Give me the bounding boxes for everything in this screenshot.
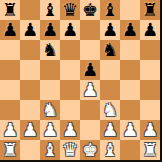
square-e4[interactable]: ♟	[80, 80, 100, 100]
square-a6[interactable]	[0, 40, 20, 60]
square-b4[interactable]	[20, 80, 40, 100]
square-c4[interactable]	[40, 80, 60, 100]
piece-white-bishop-icon: ♝	[42, 140, 58, 160]
square-e2[interactable]	[80, 120, 100, 140]
piece-black-queen-icon: ♛	[62, 0, 78, 20]
square-a4[interactable]	[0, 80, 20, 100]
piece-black-rook-icon: ♜	[2, 0, 18, 20]
square-c5[interactable]	[40, 60, 60, 80]
square-g8[interactable]	[120, 0, 140, 20]
square-e7[interactable]	[80, 20, 100, 40]
piece-black-knight-icon: ♞	[42, 40, 58, 60]
piece-black-knight-icon: ♞	[102, 40, 118, 60]
square-b6[interactable]	[20, 40, 40, 60]
square-e5[interactable]: ♟	[80, 60, 100, 80]
square-d4[interactable]	[60, 80, 80, 100]
piece-white-pawn-icon: ♟	[22, 120, 38, 140]
square-g1[interactable]	[120, 140, 140, 160]
square-a8[interactable]: ♜	[0, 0, 20, 20]
piece-white-pawn-icon: ♟	[102, 120, 118, 140]
board-frame: ♜♝♛♚♝♜♟♟♟♟♟♟♟♞♞♟♟♞♞♟♟♟♟♟♟♟♜♝♛♚♝♜	[0, 0, 162, 162]
square-f7[interactable]: ♟	[100, 20, 120, 40]
square-e6[interactable]	[80, 40, 100, 60]
square-b8[interactable]	[20, 0, 40, 20]
square-h5[interactable]	[140, 60, 160, 80]
piece-black-pawn-icon: ♟	[122, 20, 138, 40]
square-a5[interactable]	[0, 60, 20, 80]
square-b3[interactable]	[20, 100, 40, 120]
square-g5[interactable]	[120, 60, 140, 80]
piece-white-king-icon: ♚	[82, 140, 98, 160]
piece-white-pawn-icon: ♟	[42, 120, 58, 140]
piece-black-king-icon: ♚	[82, 0, 98, 20]
square-e8[interactable]: ♚	[80, 0, 100, 20]
square-c3[interactable]: ♞	[40, 100, 60, 120]
piece-black-bishop-icon: ♝	[42, 0, 58, 20]
chess-board: ♜♝♛♚♝♜♟♟♟♟♟♟♟♞♞♟♟♞♞♟♟♟♟♟♟♟♜♝♛♚♝♜	[0, 0, 160, 160]
square-f2[interactable]: ♟	[100, 120, 120, 140]
square-h8[interactable]: ♜	[140, 0, 160, 20]
piece-white-pawn-icon: ♟	[2, 120, 18, 140]
square-d2[interactable]: ♟	[60, 120, 80, 140]
square-g2[interactable]: ♟	[120, 120, 140, 140]
square-g3[interactable]	[120, 100, 140, 120]
square-f4[interactable]	[100, 80, 120, 100]
square-d7[interactable]: ♟	[60, 20, 80, 40]
square-d1[interactable]: ♛	[60, 140, 80, 160]
square-f3[interactable]: ♞	[100, 100, 120, 120]
piece-white-knight-icon: ♞	[102, 100, 118, 120]
square-b5[interactable]	[20, 60, 40, 80]
piece-black-pawn-icon: ♟	[82, 60, 98, 80]
piece-white-knight-icon: ♞	[42, 100, 58, 120]
square-d8[interactable]: ♛	[60, 0, 80, 20]
square-g4[interactable]	[120, 80, 140, 100]
square-b1[interactable]	[20, 140, 40, 160]
square-d3[interactable]	[60, 100, 80, 120]
piece-black-pawn-icon: ♟	[42, 20, 58, 40]
piece-white-rook-icon: ♜	[2, 140, 18, 160]
piece-black-pawn-icon: ♟	[22, 20, 38, 40]
square-d6[interactable]	[60, 40, 80, 60]
square-h1[interactable]: ♜	[140, 140, 160, 160]
square-f1[interactable]: ♝	[100, 140, 120, 160]
piece-white-rook-icon: ♜	[142, 140, 158, 160]
square-g7[interactable]: ♟	[120, 20, 140, 40]
square-h2[interactable]: ♟	[140, 120, 160, 140]
square-h4[interactable]	[140, 80, 160, 100]
square-f8[interactable]: ♝	[100, 0, 120, 20]
square-a1[interactable]: ♜	[0, 140, 20, 160]
piece-white-pawn-icon: ♟	[82, 80, 98, 100]
piece-white-pawn-icon: ♟	[122, 120, 138, 140]
square-c8[interactable]: ♝	[40, 0, 60, 20]
piece-black-bishop-icon: ♝	[102, 0, 118, 20]
square-f5[interactable]	[100, 60, 120, 80]
square-h3[interactable]	[140, 100, 160, 120]
piece-white-bishop-icon: ♝	[102, 140, 118, 160]
square-a3[interactable]	[0, 100, 20, 120]
piece-black-pawn-icon: ♟	[102, 20, 118, 40]
square-f6[interactable]: ♞	[100, 40, 120, 60]
square-c7[interactable]: ♟	[40, 20, 60, 40]
square-h6[interactable]	[140, 40, 160, 60]
square-c6[interactable]: ♞	[40, 40, 60, 60]
square-e1[interactable]: ♚	[80, 140, 100, 160]
piece-white-pawn-icon: ♟	[62, 120, 78, 140]
square-g6[interactable]	[120, 40, 140, 60]
square-e3[interactable]	[80, 100, 100, 120]
square-d5[interactable]	[60, 60, 80, 80]
square-a2[interactable]: ♟	[0, 120, 20, 140]
piece-white-queen-icon: ♛	[62, 140, 78, 160]
piece-black-pawn-icon: ♟	[62, 20, 78, 40]
square-b7[interactable]: ♟	[20, 20, 40, 40]
square-a7[interactable]: ♟	[0, 20, 20, 40]
piece-black-pawn-icon: ♟	[142, 20, 158, 40]
square-b2[interactable]: ♟	[20, 120, 40, 140]
piece-black-rook-icon: ♜	[142, 0, 158, 20]
piece-white-pawn-icon: ♟	[142, 120, 158, 140]
square-c2[interactable]: ♟	[40, 120, 60, 140]
square-h7[interactable]: ♟	[140, 20, 160, 40]
piece-black-pawn-icon: ♟	[2, 20, 18, 40]
square-c1[interactable]: ♝	[40, 140, 60, 160]
